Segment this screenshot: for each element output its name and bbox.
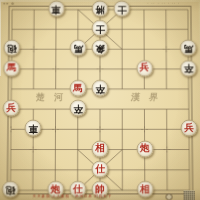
screenshot: 楚河 漢界 ≡≡ ⊕ · ·· · ·· · ·· · 車將士士砲馬象馬馬兵卒馬…: [0, 0, 200, 200]
black-cannon-glyph: 砲: [7, 44, 17, 53]
black-horse-glyph: 馬: [184, 44, 194, 53]
piece-black-advisor[interactable]: 士: [114, 0, 131, 17]
red-elephant-glyph: 相: [95, 144, 105, 154]
river-label-left: 楚河: [36, 91, 72, 104]
black-general-glyph: 將: [95, 4, 104, 13]
piece-red-horse[interactable]: 馬: [69, 80, 86, 97]
red-soldier-glyph: 兵: [139, 63, 148, 72]
piece-black-soldier[interactable]: 卒: [180, 60, 197, 77]
board-photo: 楚河 漢界 ≡≡ ⊕ · ·· · ·· · ·· · 車將士士砲馬象馬馬兵卒馬…: [0, 2, 200, 200]
piece-red-advisor[interactable]: 仕: [91, 160, 108, 177]
piece-black-soldier[interactable]: 卒: [92, 80, 109, 97]
black-elephant-glyph: 象: [95, 44, 104, 53]
piece-black-chariot[interactable]: 車: [48, 0, 65, 17]
black-soldier-glyph: 卒: [73, 103, 83, 112]
piece-black-general[interactable]: 將: [92, 0, 109, 17]
black-horse-glyph: 馬: [73, 44, 82, 53]
black-advisor-glyph: 士: [117, 4, 126, 13]
black-soldier-glyph: 卒: [184, 63, 194, 72]
piece-red-soldier[interactable]: 兵: [180, 120, 197, 137]
red-horse-glyph: 馬: [7, 63, 17, 72]
red-cannon-glyph: 炮: [140, 144, 150, 154]
black-soldier-glyph: 卒: [95, 83, 104, 92]
footer-caption: 天天象棋 人人象棋 · 楚河汉界 对弈天下: [32, 193, 111, 198]
qr-code-icon: [184, 190, 195, 200]
red-horse-glyph: 馬: [73, 83, 82, 92]
piece-red-cannon[interactable]: 炮: [136, 140, 153, 157]
piece-black-horse[interactable]: 馬: [180, 40, 197, 57]
piece-black-cannon[interactable]: 砲: [3, 40, 20, 57]
top-left-marks: ≡≡ ⊕: [3, 2, 15, 6]
red-soldier-glyph: 兵: [6, 103, 16, 112]
app-logo-icon: [165, 193, 172, 200]
black-chariot-glyph: 車: [51, 4, 60, 13]
board-footer: 天天象棋 人人象棋 · 楚河汉界 对弈天下: [0, 190, 200, 200]
piece-black-chariot[interactable]: 車: [25, 120, 42, 137]
top-right-marks: · ·· · ·· · ·· ·: [147, 2, 180, 6]
red-advisor-glyph: 仕: [95, 164, 105, 174]
piece-black-elephant[interactable]: 象: [92, 40, 109, 57]
black-chariot-glyph: 車: [28, 124, 38, 133]
piece-red-soldier[interactable]: 兵: [3, 100, 20, 117]
river-label-right: 漢界: [130, 91, 168, 104]
red-soldier-glyph: 兵: [184, 124, 194, 133]
black-advisor-glyph: 士: [95, 24, 104, 33]
piece-red-soldier[interactable]: 兵: [136, 60, 153, 77]
piece-black-horse[interactable]: 馬: [69, 40, 86, 57]
piece-black-soldier[interactable]: 卒: [69, 100, 86, 117]
piece-red-horse[interactable]: 馬: [3, 60, 20, 77]
piece-red-elephant[interactable]: 相: [91, 140, 108, 157]
piece-black-advisor[interactable]: 士: [92, 20, 109, 37]
